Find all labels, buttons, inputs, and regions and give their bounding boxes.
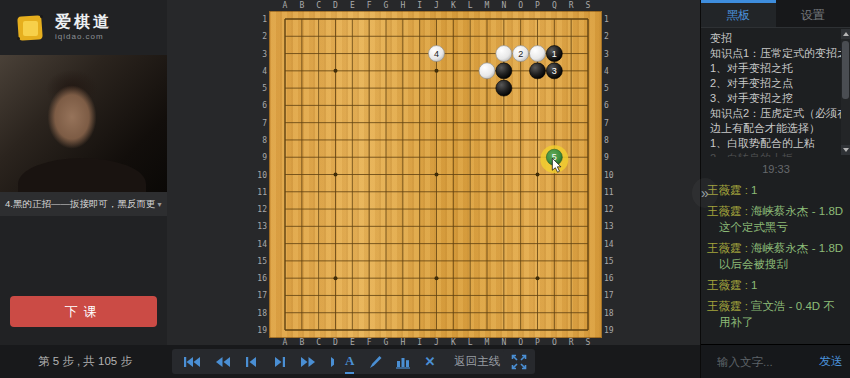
white-stone-P3[interactable]	[530, 46, 546, 62]
panel-collapse-icon[interactable]: »	[692, 178, 718, 208]
board-row-label: 15	[604, 257, 618, 266]
chat-message: 王薇霆 : 海峡蔡永杰 - 1.8D 这个定式黑亏	[707, 203, 846, 235]
move-number-label: 1	[552, 49, 557, 59]
board-row-label: 10	[253, 171, 267, 180]
board-row-label: 18	[604, 309, 618, 318]
scrollbar-thumb[interactable]	[842, 41, 849, 99]
chat-message-text: 1	[751, 279, 757, 291]
board-row-label: 19	[604, 326, 618, 335]
move-counter: 第 5 步 , 共 105 步	[38, 354, 132, 369]
chat-sender: 王薇霆	[707, 242, 742, 254]
board-col-label: S	[580, 1, 596, 10]
go-board[interactable]: 42135	[269, 11, 602, 338]
board-col-label: R	[563, 1, 579, 10]
board-col-label: B	[294, 1, 310, 10]
board-row-label: 5	[253, 84, 267, 93]
clear-marks-icon[interactable]: ✕	[424, 349, 435, 374]
end-class-button[interactable]: 下课	[10, 296, 157, 327]
black-stone-Q4[interactable]: 3	[546, 63, 562, 79]
board-row-label: 13	[253, 222, 267, 231]
board-col-label: O	[513, 1, 529, 10]
lesson-caption[interactable]: 4.黑的正招——扳接即可，黑反而更▾	[0, 192, 167, 216]
blackboard-notes: 变招知识点1：压常定式的变招之1、对手变招之托2、对手变招之点3、对手变招之挖知…	[701, 27, 850, 157]
board-col-label: P	[530, 1, 546, 10]
board-col-label: E	[344, 1, 360, 10]
text-annotate-icon[interactable]: A	[345, 349, 354, 374]
board-row-label: 12	[604, 205, 618, 214]
chat-timestamp: 19:33	[701, 163, 850, 175]
white-stone-N3[interactable]	[496, 46, 512, 62]
board-row-label: 14	[253, 240, 267, 249]
board-row-label: 15	[253, 257, 267, 266]
chart-icon[interactable]	[395, 349, 411, 374]
brush-icon[interactable]	[367, 349, 382, 374]
chat-message: 王薇霆 : 1	[707, 277, 846, 293]
board-row-label: 7	[604, 119, 618, 128]
board-row-label: 9	[253, 153, 267, 162]
board-row-label: 4	[604, 67, 618, 76]
board-col-label: D	[328, 1, 344, 10]
move-number-label: 3	[552, 66, 557, 76]
board-row-label: 4	[253, 67, 267, 76]
send-button[interactable]: 发送	[819, 353, 843, 370]
board-row-label: 6	[604, 101, 618, 110]
fullscreen-group	[503, 349, 535, 374]
board-col-label: M	[479, 1, 495, 10]
tab-settings[interactable]: 设置	[776, 0, 850, 27]
lesson-caption-text: 4.黑的正招——扳接即可，黑反而更	[5, 198, 155, 209]
board-col-label: I	[412, 1, 428, 10]
logo: 爱棋道 iqidao.com	[0, 0, 167, 55]
step-forward-icon[interactable]	[272, 349, 287, 374]
annotation-tools: A ✕ 返回主线	[334, 349, 517, 374]
blackboard-line: 变招	[710, 31, 837, 46]
move-number-label: 4	[434, 49, 439, 59]
board-row-label: 10	[604, 171, 618, 180]
black-stone-N4[interactable]	[496, 63, 512, 79]
board-row-label: 2	[253, 32, 267, 41]
board-col-label: J	[429, 1, 445, 10]
right-panel: 黑板 设置 变招知识点1：压常定式的变招之1、对手变招之托2、对手变招之点3、对…	[700, 0, 850, 378]
board-area: 42135 AA11BB22CC33DD44EE55FF66GG77HH88II…	[167, 0, 700, 345]
board-row-label: 1	[253, 15, 267, 24]
board-row-label: 18	[253, 309, 267, 318]
board-row-label: 16	[604, 274, 618, 283]
blackboard-line: 1、白取势配合的上粘	[710, 136, 837, 151]
step-back-icon[interactable]	[244, 349, 259, 374]
board-col-label: A	[277, 1, 293, 10]
rewind-icon[interactable]	[214, 349, 231, 374]
board-col-label: F	[361, 1, 377, 10]
chat-sender: 王薇霆	[707, 279, 742, 291]
board-row-label: 17	[253, 291, 267, 300]
chat-message-text: 1	[751, 184, 757, 196]
board-row-label: 11	[253, 188, 267, 197]
chat-sender: 王薇霆	[707, 205, 742, 217]
black-stone-N5[interactable]	[496, 80, 512, 96]
board-row-label: 3	[604, 50, 618, 59]
brand-name: 爱棋道	[55, 14, 112, 30]
blackboard-line: 2、对手变招之点	[710, 76, 837, 91]
chat-input[interactable]	[715, 355, 819, 369]
return-main-line-button[interactable]: 返回主线	[448, 353, 506, 370]
black-stone-P4[interactable]	[530, 63, 546, 79]
playback-controls	[172, 349, 359, 374]
board-col-label: K	[445, 1, 461, 10]
board-row-label: 14	[604, 240, 618, 249]
blackboard-line: 边上有配合才能选择）	[710, 121, 837, 136]
scroll-up-icon[interactable]	[841, 29, 850, 39]
teacher-webcam-video[interactable]	[0, 55, 167, 192]
white-stone-M4[interactable]	[479, 63, 495, 79]
fast-forward-icon[interactable]	[300, 349, 317, 374]
blackboard-line: 1、对手变招之托	[710, 61, 837, 76]
board-row-label: 8	[253, 136, 267, 145]
black-stone-Q3[interactable]: 1	[546, 46, 562, 62]
board-col-label: N	[496, 1, 512, 10]
blackboard-line: 知识点2：压虎定式（必须在	[710, 106, 837, 121]
board-row-label: 1	[604, 15, 618, 24]
blackboard-line: 3、对手变招之挖	[710, 91, 837, 106]
board-col-label: H	[395, 1, 411, 10]
board-row-label: 12	[253, 205, 267, 214]
caption-dropdown-icon[interactable]: ▾	[157, 200, 161, 209]
chat-message: 王薇霆 : 海峡蔡永杰 - 1.8D 以后会被搜刮	[707, 240, 846, 272]
board-row-label: 17	[604, 291, 618, 300]
board-row-label: 7	[253, 119, 267, 128]
blackboard-line: 知识点1：压常定式的变招之	[710, 46, 837, 61]
left-sidebar: 爱棋道 iqidao.com 4.黑的正招——扳接即可，黑反而更▾ 下课	[0, 0, 167, 345]
board-row-label: 5	[604, 84, 618, 93]
chat-message: 王薇霆 : 1	[707, 182, 846, 198]
board-row-label: 11	[604, 188, 618, 197]
iqidao-logo-icon	[16, 13, 46, 43]
go-board-grid[interactable]: 42135	[269, 11, 602, 338]
board-row-label: 2	[604, 32, 618, 41]
board-row-label: 13	[604, 222, 618, 231]
board-col-label: Q	[546, 1, 562, 10]
tab-blackboard[interactable]: 黑板	[701, 0, 776, 27]
right-panel-tabs: 黑板 设置	[701, 0, 850, 28]
board-row-label: 6	[253, 101, 267, 110]
brand-domain: iqidao.com	[55, 33, 112, 41]
board-row-label: 19	[253, 326, 267, 335]
board-row-label: 8	[604, 136, 618, 145]
board-col-label: L	[462, 1, 478, 10]
board-col-label: C	[311, 1, 327, 10]
scroll-down-icon[interactable]	[841, 145, 850, 155]
board-col-label: G	[378, 1, 394, 10]
teacher-silhouette	[18, 158, 146, 192]
chat-message: 王薇霆 : 宣文浩 - 0.4D 不用补了	[707, 298, 846, 330]
move-number-label: 2	[518, 49, 523, 59]
board-row-label: 9	[604, 153, 618, 162]
chat-input-bar: 发送	[701, 344, 850, 378]
chat-sender: 王薇霆	[707, 300, 742, 312]
white-stone-J3[interactable]: 4	[429, 46, 445, 62]
blackboard-scrollbar[interactable]	[841, 29, 850, 155]
skip-to-start-icon[interactable]	[183, 349, 201, 374]
chat-area: 19:33 王薇霆 : 1王薇霆 : 海峡蔡永杰 - 1.8D 这个定式黑亏王薇…	[701, 157, 850, 344]
bottom-toolbar: 第 5 步 , 共 105 步 A ✕ 返回主线	[0, 345, 700, 378]
board-row-label: 16	[253, 274, 267, 283]
fullscreen-icon[interactable]	[510, 349, 528, 374]
board-row-label: 3	[253, 50, 267, 59]
white-stone-O3[interactable]: 2	[513, 46, 529, 62]
